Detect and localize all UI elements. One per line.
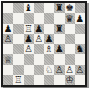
square-g1: ♔	[65, 75, 75, 85]
square-h8	[75, 3, 85, 13]
square-h5	[75, 34, 85, 44]
square-b5	[13, 34, 23, 44]
square-d3	[34, 54, 44, 64]
square-d7	[34, 13, 44, 23]
chess-board: ♝♜♚♛♟♟♖♟♜♙♟♙♟♙♗♟♞♕♘♙♙♙♖♔	[3, 3, 85, 85]
square-d2	[34, 65, 44, 75]
square-h3	[75, 54, 85, 64]
square-c8: ♝	[24, 3, 34, 13]
square-c1	[24, 75, 34, 85]
square-f5	[54, 34, 64, 44]
square-e1	[44, 75, 54, 85]
square-a1	[3, 75, 13, 85]
square-g4	[65, 44, 75, 54]
square-d6: ♟	[34, 24, 44, 34]
square-e8	[44, 3, 54, 13]
square-f2: ♙	[54, 65, 64, 75]
black-rook-f8: ♜	[55, 4, 64, 14]
black-pawn-a6: ♟	[4, 24, 13, 34]
square-a8	[3, 3, 13, 13]
square-h1	[75, 75, 85, 85]
white-pawn-a5: ♙	[4, 34, 13, 44]
square-e2: ♘	[44, 65, 54, 75]
square-g7: ♛	[65, 13, 75, 23]
square-b7	[13, 13, 23, 23]
square-b3	[13, 54, 23, 64]
square-c7	[24, 13, 34, 23]
square-g6	[65, 24, 75, 34]
white-pawn-g2: ♙	[65, 65, 74, 75]
square-c6: ♖	[24, 24, 34, 34]
white-pawn-h2: ♙	[76, 65, 85, 75]
square-h2: ♙	[75, 65, 85, 75]
square-f7	[54, 13, 64, 23]
square-c2	[24, 65, 34, 75]
square-b6	[13, 24, 23, 34]
square-d8	[34, 3, 44, 13]
square-e3	[44, 54, 54, 64]
square-f3	[54, 54, 64, 64]
square-b4	[13, 44, 23, 54]
square-d5: ♙	[34, 34, 44, 44]
square-a6: ♟	[3, 24, 13, 34]
square-g5	[65, 34, 75, 44]
square-h4: ♞	[75, 44, 85, 54]
square-f1	[54, 75, 64, 85]
square-a7	[3, 13, 13, 23]
square-d4	[34, 44, 44, 54]
square-b8	[13, 3, 23, 13]
square-g8: ♚	[65, 3, 75, 13]
white-pawn-c4: ♙	[24, 45, 33, 55]
square-b1: ♖	[13, 75, 23, 85]
square-e5: ♟	[44, 34, 54, 44]
black-rook-f6: ♜	[55, 24, 64, 34]
white-king-g1: ♔	[65, 75, 74, 85]
square-h7: ♟	[75, 13, 85, 23]
white-rook-c6: ♖	[24, 24, 33, 34]
black-queen-g7: ♛	[65, 14, 74, 23]
square-g3	[65, 54, 75, 64]
black-pawn-f4: ♟	[55, 45, 64, 55]
black-bishop-c8: ♝	[24, 4, 33, 14]
square-c3	[24, 54, 34, 64]
black-knight-h4: ♞	[76, 45, 85, 55]
black-pawn-d6: ♟	[35, 24, 44, 34]
square-b2	[13, 65, 23, 75]
square-f6: ♜	[54, 24, 64, 34]
black-pawn-c5: ♟	[24, 34, 33, 44]
square-e4: ♗	[44, 44, 54, 54]
square-h6	[75, 24, 85, 34]
square-a3: ♕	[3, 54, 13, 64]
square-a5: ♙	[3, 34, 13, 44]
square-a2	[3, 65, 13, 75]
black-pawn-h7: ♟	[76, 14, 85, 23]
square-d1	[34, 75, 44, 85]
square-a4	[3, 44, 13, 54]
white-rook-b1: ♖	[14, 75, 23, 85]
board-frame: ♝♜♚♛♟♟♖♟♜♙♟♙♟♙♗♟♞♕♘♙♙♙♖♔	[1, 1, 87, 87]
white-bishop-e4: ♗	[45, 45, 54, 55]
black-pawn-e5: ♟	[45, 34, 54, 44]
square-g2: ♙	[65, 65, 75, 75]
square-e6	[44, 24, 54, 34]
white-pawn-f2: ♙	[55, 65, 64, 75]
square-f8: ♜	[54, 3, 64, 13]
square-f4: ♟	[54, 44, 64, 54]
square-c5: ♟	[24, 34, 34, 44]
chess-diagram: ♝♜♚♛♟♟♖♟♜♙♟♙♟♙♗♟♞♕♘♙♙♙♖♔	[0, 0, 90, 88]
white-queen-a3: ♕	[4, 55, 13, 65]
square-c4: ♙	[24, 44, 34, 54]
white-pawn-d5: ♙	[35, 34, 44, 44]
white-knight-e2: ♘	[45, 65, 54, 75]
black-king-g8: ♚	[65, 4, 74, 14]
square-e7	[44, 13, 54, 23]
